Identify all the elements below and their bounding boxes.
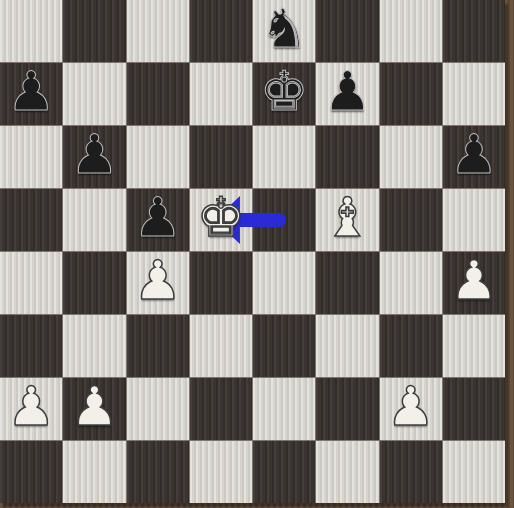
white-pawn[interactable]: ♟ — [70, 380, 118, 434]
square-c4[interactable]: ♟ — [127, 252, 189, 314]
square-e4[interactable] — [253, 252, 315, 314]
square-e1[interactable] — [253, 441, 315, 503]
square-c8[interactable] — [127, 0, 189, 62]
square-b4[interactable] — [63, 252, 125, 314]
square-g4[interactable] — [380, 252, 442, 314]
square-g2[interactable]: ♟ — [380, 378, 442, 440]
square-b6[interactable]: ♟ — [63, 126, 125, 188]
black-pawn[interactable]: ♟ — [133, 191, 181, 245]
square-h3[interactable] — [443, 315, 505, 377]
square-d8[interactable] — [190, 0, 252, 62]
square-h1[interactable] — [443, 441, 505, 503]
square-b5[interactable] — [63, 189, 125, 251]
square-d6[interactable] — [190, 126, 252, 188]
board-frame: ♞♟♚♟♟♟♟♚♝♟♟♟♟♟ — [0, 0, 514, 508]
square-g8[interactable] — [380, 0, 442, 62]
square-f1[interactable] — [316, 441, 378, 503]
square-f4[interactable] — [316, 252, 378, 314]
square-a8[interactable] — [0, 0, 62, 62]
square-c3[interactable] — [127, 315, 189, 377]
square-e6[interactable] — [253, 126, 315, 188]
square-f3[interactable] — [316, 315, 378, 377]
square-a6[interactable] — [0, 126, 62, 188]
square-g3[interactable] — [380, 315, 442, 377]
white-king[interactable]: ♚ — [197, 191, 245, 245]
black-king[interactable]: ♚ — [260, 65, 308, 119]
chess-board: ♞♟♚♟♟♟♟♚♝♟♟♟♟♟ — [0, 0, 505, 503]
square-f2[interactable] — [316, 378, 378, 440]
white-pawn[interactable]: ♟ — [133, 254, 181, 308]
square-b2[interactable]: ♟ — [63, 378, 125, 440]
square-e5[interactable] — [253, 189, 315, 251]
square-g5[interactable] — [380, 189, 442, 251]
square-b8[interactable] — [63, 0, 125, 62]
square-b7[interactable] — [63, 63, 125, 125]
square-a4[interactable] — [0, 252, 62, 314]
black-knight[interactable]: ♞ — [260, 2, 308, 56]
square-a2[interactable]: ♟ — [0, 378, 62, 440]
square-b1[interactable] — [63, 441, 125, 503]
white-pawn[interactable]: ♟ — [450, 254, 498, 308]
square-g1[interactable] — [380, 441, 442, 503]
square-e7[interactable]: ♚ — [253, 63, 315, 125]
square-f5[interactable]: ♝ — [316, 189, 378, 251]
square-e3[interactable] — [253, 315, 315, 377]
square-h6[interactable]: ♟ — [443, 126, 505, 188]
square-a5[interactable] — [0, 189, 62, 251]
square-c7[interactable] — [127, 63, 189, 125]
black-pawn[interactable]: ♟ — [323, 65, 371, 119]
square-h8[interactable] — [443, 0, 505, 62]
square-h2[interactable] — [443, 378, 505, 440]
square-a1[interactable] — [0, 441, 62, 503]
black-pawn[interactable]: ♟ — [70, 128, 118, 182]
square-g7[interactable] — [380, 63, 442, 125]
square-g6[interactable] — [380, 126, 442, 188]
white-pawn[interactable]: ♟ — [386, 380, 434, 434]
square-b3[interactable] — [63, 315, 125, 377]
square-h7[interactable] — [443, 63, 505, 125]
square-d4[interactable] — [190, 252, 252, 314]
square-c2[interactable] — [127, 378, 189, 440]
square-f6[interactable] — [316, 126, 378, 188]
black-pawn[interactable]: ♟ — [7, 65, 55, 119]
square-h5[interactable] — [443, 189, 505, 251]
square-e2[interactable] — [253, 378, 315, 440]
square-d3[interactable] — [190, 315, 252, 377]
square-h4[interactable]: ♟ — [443, 252, 505, 314]
black-pawn[interactable]: ♟ — [450, 128, 498, 182]
square-c1[interactable] — [127, 441, 189, 503]
square-f7[interactable]: ♟ — [316, 63, 378, 125]
square-e8[interactable]: ♞ — [253, 0, 315, 62]
square-f8[interactable] — [316, 0, 378, 62]
white-pawn[interactable]: ♟ — [7, 380, 55, 434]
square-a7[interactable]: ♟ — [0, 63, 62, 125]
square-d7[interactable] — [190, 63, 252, 125]
square-a3[interactable] — [0, 315, 62, 377]
square-c5[interactable]: ♟ — [127, 189, 189, 251]
square-c6[interactable] — [127, 126, 189, 188]
square-d1[interactable] — [190, 441, 252, 503]
square-d5[interactable]: ♚ — [190, 189, 252, 251]
square-d2[interactable] — [190, 378, 252, 440]
white-bishop[interactable]: ♝ — [323, 191, 371, 245]
